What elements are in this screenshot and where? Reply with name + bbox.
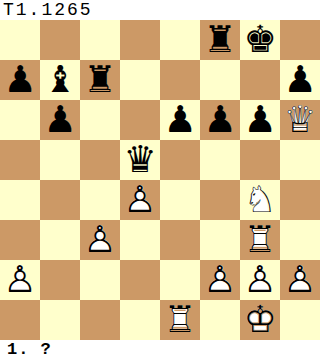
square-b4[interactable]	[40, 180, 80, 220]
square-e6[interactable]: ♟	[160, 100, 200, 140]
square-c5[interactable]	[80, 140, 120, 180]
square-f1[interactable]	[200, 300, 240, 340]
square-a8[interactable]	[0, 20, 40, 60]
white-pawn-glyph-outline: ♙	[240, 260, 280, 300]
piece-white-pawn-c3[interactable]: ♟♙	[80, 220, 120, 260]
square-g4[interactable]: ♞♘	[240, 180, 280, 220]
square-c2[interactable]	[80, 260, 120, 300]
piece-black-rook-c7[interactable]: ♜	[80, 60, 120, 100]
square-c1[interactable]	[80, 300, 120, 340]
square-h8[interactable]	[280, 20, 320, 60]
square-c4[interactable]	[80, 180, 120, 220]
chess-board: ♜♚♟♝♜♟♟♟♟♟♛♕♛♟♙♞♘♟♙♜♖♟♙♟♙♟♙♟♙♜♖♚♔	[0, 20, 320, 340]
square-f2[interactable]: ♟♙	[200, 260, 240, 300]
square-a3[interactable]	[0, 220, 40, 260]
piece-white-pawn-h2[interactable]: ♟♙	[280, 260, 320, 300]
square-d6[interactable]	[120, 100, 160, 140]
square-h5[interactable]	[280, 140, 320, 180]
square-g7[interactable]	[240, 60, 280, 100]
white-queen-glyph-outline: ♕	[280, 100, 320, 140]
square-f8[interactable]: ♜	[200, 20, 240, 60]
square-e2[interactable]	[160, 260, 200, 300]
square-e8[interactable]	[160, 20, 200, 60]
piece-white-knight-g4[interactable]: ♞♘	[240, 180, 280, 220]
piece-black-pawn-f6[interactable]: ♟	[200, 100, 240, 140]
piece-white-pawn-f2[interactable]: ♟♙	[200, 260, 240, 300]
square-e3[interactable]	[160, 220, 200, 260]
square-b6[interactable]: ♟	[40, 100, 80, 140]
puzzle-title: T1.1265	[0, 0, 320, 20]
square-d5[interactable]: ♛	[120, 140, 160, 180]
black-rook-glyph: ♜	[80, 60, 120, 100]
square-d2[interactable]	[120, 260, 160, 300]
square-a4[interactable]	[0, 180, 40, 220]
square-b2[interactable]	[40, 260, 80, 300]
square-b8[interactable]	[40, 20, 80, 60]
square-b7[interactable]: ♝	[40, 60, 80, 100]
piece-black-pawn-b6[interactable]: ♟	[40, 100, 80, 140]
white-rook-glyph-outline: ♖	[160, 300, 200, 340]
square-g5[interactable]	[240, 140, 280, 180]
piece-white-pawn-d4[interactable]: ♟♙	[120, 180, 160, 220]
square-g8[interactable]: ♚	[240, 20, 280, 60]
square-f5[interactable]	[200, 140, 240, 180]
square-f7[interactable]	[200, 60, 240, 100]
black-queen-glyph: ♛	[120, 140, 160, 180]
piece-black-pawn-a7[interactable]: ♟	[0, 60, 40, 100]
piece-white-queen-h6[interactable]: ♛♕	[280, 100, 320, 140]
piece-black-bishop-b7[interactable]: ♝	[40, 60, 80, 100]
piece-white-king-g1[interactable]: ♚♔	[240, 300, 280, 340]
black-rook-glyph: ♜	[200, 20, 240, 60]
square-f6[interactable]: ♟	[200, 100, 240, 140]
black-pawn-glyph: ♟	[160, 100, 200, 140]
white-pawn-glyph-outline: ♙	[280, 260, 320, 300]
square-h4[interactable]	[280, 180, 320, 220]
square-f4[interactable]	[200, 180, 240, 220]
white-pawn-glyph-outline: ♙	[200, 260, 240, 300]
piece-black-rook-f8[interactable]: ♜	[200, 20, 240, 60]
square-g1[interactable]: ♚♔	[240, 300, 280, 340]
square-c8[interactable]	[80, 20, 120, 60]
square-a2[interactable]: ♟♙	[0, 260, 40, 300]
square-h3[interactable]	[280, 220, 320, 260]
square-d7[interactable]	[120, 60, 160, 100]
square-g6[interactable]: ♟	[240, 100, 280, 140]
piece-white-pawn-g2[interactable]: ♟♙	[240, 260, 280, 300]
square-d1[interactable]	[120, 300, 160, 340]
white-knight-glyph-outline: ♘	[240, 180, 280, 220]
square-d3[interactable]	[120, 220, 160, 260]
square-h7[interactable]: ♟	[280, 60, 320, 100]
square-c6[interactable]	[80, 100, 120, 140]
square-e5[interactable]	[160, 140, 200, 180]
move-prompt: 1. ?	[0, 340, 320, 360]
square-d8[interactable]	[120, 20, 160, 60]
square-g2[interactable]: ♟♙	[240, 260, 280, 300]
square-a6[interactable]	[0, 100, 40, 140]
black-pawn-glyph: ♟	[240, 100, 280, 140]
square-c7[interactable]: ♜	[80, 60, 120, 100]
square-h6[interactable]: ♛♕	[280, 100, 320, 140]
square-b3[interactable]	[40, 220, 80, 260]
square-b5[interactable]	[40, 140, 80, 180]
square-f3[interactable]	[200, 220, 240, 260]
piece-black-pawn-e6[interactable]: ♟	[160, 100, 200, 140]
white-pawn-glyph-outline: ♙	[80, 220, 120, 260]
white-pawn-glyph-outline: ♙	[0, 260, 40, 300]
piece-white-rook-e1[interactable]: ♜♖	[160, 300, 200, 340]
black-bishop-glyph: ♝	[40, 60, 80, 100]
square-d4[interactable]: ♟♙	[120, 180, 160, 220]
square-a1[interactable]	[0, 300, 40, 340]
black-pawn-glyph: ♟	[0, 60, 40, 100]
piece-white-pawn-a2[interactable]: ♟♙	[0, 260, 40, 300]
black-pawn-glyph: ♟	[200, 100, 240, 140]
white-rook-glyph-outline: ♖	[240, 220, 280, 260]
piece-black-pawn-h7[interactable]: ♟	[280, 60, 320, 100]
square-e4[interactable]	[160, 180, 200, 220]
black-pawn-glyph: ♟	[280, 60, 320, 100]
piece-black-pawn-g6[interactable]: ♟	[240, 100, 280, 140]
square-e1[interactable]: ♜♖	[160, 300, 200, 340]
square-a5[interactable]	[0, 140, 40, 180]
piece-white-rook-g3[interactable]: ♜♖	[240, 220, 280, 260]
black-pawn-glyph: ♟	[40, 100, 80, 140]
square-h2[interactable]: ♟♙	[280, 260, 320, 300]
piece-black-queen-d5[interactable]: ♛	[120, 140, 160, 180]
square-g3[interactable]: ♜♖	[240, 220, 280, 260]
white-pawn-glyph-outline: ♙	[120, 180, 160, 220]
square-b1[interactable]	[40, 300, 80, 340]
black-king-glyph: ♚	[240, 20, 280, 60]
square-e7[interactable]	[160, 60, 200, 100]
square-h1[interactable]	[280, 300, 320, 340]
piece-black-king-g8[interactable]: ♚	[240, 20, 280, 60]
white-king-glyph-outline: ♔	[240, 300, 280, 340]
square-a7[interactable]: ♟	[0, 60, 40, 100]
square-c3[interactable]: ♟♙	[80, 220, 120, 260]
